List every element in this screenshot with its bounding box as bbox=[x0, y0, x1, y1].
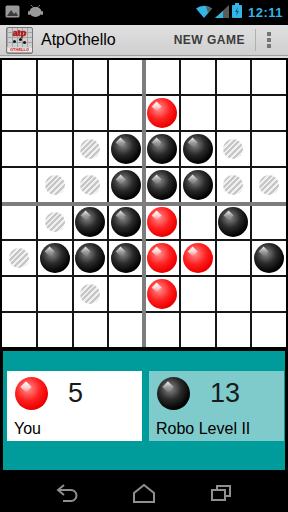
board-cell[interactable] bbox=[145, 168, 179, 202]
board-cell[interactable] bbox=[2, 205, 36, 239]
black-disc bbox=[254, 243, 284, 273]
app-icon-text-top: atp bbox=[7, 29, 32, 38]
board-cell[interactable] bbox=[181, 132, 215, 166]
board-cell[interactable] bbox=[181, 205, 215, 239]
board-cell[interactable] bbox=[252, 313, 286, 347]
board-cell[interactable] bbox=[252, 277, 286, 311]
app-icon-text-bottom: OTHELLO bbox=[7, 47, 32, 52]
player-name-robo: Robo Level II bbox=[156, 420, 250, 438]
board-cell[interactable] bbox=[145, 277, 179, 311]
black-disc bbox=[183, 134, 213, 164]
board-cell[interactable] bbox=[217, 241, 251, 275]
board-cell[interactable] bbox=[38, 96, 72, 130]
overflow-menu-icon[interactable] bbox=[256, 25, 282, 55]
board-cell[interactable] bbox=[38, 132, 72, 166]
board-cell[interactable] bbox=[252, 132, 286, 166]
app-icon-dot bbox=[19, 38, 22, 41]
legal-move-hint bbox=[223, 139, 243, 159]
board-cell[interactable] bbox=[74, 96, 108, 130]
board-cell[interactable] bbox=[217, 132, 251, 166]
status-bar: 12:11 bbox=[0, 0, 288, 25]
black-disc bbox=[111, 207, 141, 237]
board-cell[interactable] bbox=[109, 313, 143, 347]
player-name-you: You bbox=[14, 420, 41, 438]
board-cell[interactable] bbox=[38, 60, 72, 94]
wifi-icon bbox=[196, 4, 212, 22]
recents-icon[interactable] bbox=[201, 480, 241, 506]
board-cell[interactable] bbox=[181, 96, 215, 130]
black-disc bbox=[183, 170, 213, 200]
back-icon[interactable] bbox=[47, 480, 87, 506]
player-card-you: 5 You bbox=[7, 371, 142, 441]
legal-move-hint bbox=[45, 212, 65, 232]
score-you: 5 bbox=[68, 377, 83, 410]
board-cell[interactable] bbox=[109, 132, 143, 166]
board-cell[interactable] bbox=[38, 277, 72, 311]
board-area bbox=[0, 56, 288, 349]
board-cell[interactable] bbox=[252, 60, 286, 94]
board-cell[interactable] bbox=[217, 60, 251, 94]
board-cell[interactable] bbox=[2, 241, 36, 275]
black-disc bbox=[111, 243, 141, 273]
board-cell[interactable] bbox=[217, 205, 251, 239]
app-bar: atp OTHELLO AtpOthello NEW GAME bbox=[0, 25, 288, 56]
legal-move-hint bbox=[223, 175, 243, 195]
black-disc bbox=[75, 243, 105, 273]
board-cell[interactable] bbox=[38, 168, 72, 202]
app-icon-dot bbox=[23, 41, 26, 44]
score-panel: 5 You 13 Robo Level II bbox=[0, 349, 288, 473]
red-disc bbox=[183, 243, 213, 273]
home-icon[interactable] bbox=[124, 480, 164, 506]
black-disc bbox=[147, 134, 177, 164]
app-icon: atp OTHELLO bbox=[6, 27, 33, 54]
screenshot-icon bbox=[5, 4, 20, 22]
clock-time: 12:11 bbox=[248, 5, 283, 20]
legal-move-hint bbox=[9, 248, 29, 268]
board-cell[interactable] bbox=[181, 168, 215, 202]
board-cell[interactable] bbox=[109, 60, 143, 94]
board-cell[interactable] bbox=[181, 277, 215, 311]
board-cell[interactable] bbox=[109, 168, 143, 202]
board-cell[interactable] bbox=[2, 313, 36, 347]
board-cell[interactable] bbox=[217, 168, 251, 202]
legal-move-hint bbox=[80, 284, 100, 304]
black-disc bbox=[111, 170, 141, 200]
legal-move-hint bbox=[45, 175, 65, 195]
board-cell[interactable] bbox=[252, 96, 286, 130]
board-cell[interactable] bbox=[145, 241, 179, 275]
board-cell[interactable] bbox=[2, 168, 36, 202]
board-cell[interactable] bbox=[217, 96, 251, 130]
board-cell[interactable] bbox=[252, 205, 286, 239]
new-game-button[interactable]: NEW GAME bbox=[164, 25, 255, 55]
board-cell[interactable] bbox=[38, 241, 72, 275]
black-disc bbox=[40, 243, 70, 273]
board-cell[interactable] bbox=[74, 168, 108, 202]
board-cell[interactable] bbox=[74, 132, 108, 166]
battery-charging-icon bbox=[232, 3, 242, 22]
board-cell[interactable] bbox=[109, 205, 143, 239]
board-cell[interactable] bbox=[145, 60, 179, 94]
board-cell[interactable] bbox=[181, 313, 215, 347]
score-robo: 13 bbox=[210, 377, 240, 410]
board-cell[interactable] bbox=[181, 60, 215, 94]
legal-move-hint bbox=[80, 175, 100, 195]
board-cell[interactable] bbox=[2, 132, 36, 166]
board-cell[interactable] bbox=[2, 277, 36, 311]
phone-screen: 12:11 atp OTHELLO AtpOthello NEW GAME bbox=[0, 0, 288, 512]
app-icon-dot bbox=[13, 40, 16, 43]
board-cell[interactable] bbox=[38, 205, 72, 239]
red-disc bbox=[147, 98, 177, 128]
board-cell[interactable] bbox=[2, 96, 36, 130]
red-disc bbox=[147, 279, 177, 309]
board-cell[interactable] bbox=[252, 168, 286, 202]
board-cell[interactable] bbox=[109, 241, 143, 275]
red-disc bbox=[15, 377, 48, 410]
black-disc bbox=[75, 207, 105, 237]
app-title: AtpOthello bbox=[41, 31, 116, 49]
usb-debug-android-icon bbox=[27, 4, 44, 22]
board-cell[interactable] bbox=[145, 96, 179, 130]
board-cell[interactable] bbox=[74, 241, 108, 275]
board-cell[interactable] bbox=[2, 60, 36, 94]
signal-icon bbox=[215, 4, 229, 22]
player-card-robo: 13 Robo Level II bbox=[149, 371, 284, 441]
board-cell[interactable] bbox=[74, 313, 108, 347]
legal-move-hint bbox=[259, 175, 279, 195]
board-cell[interactable] bbox=[217, 277, 251, 311]
black-disc bbox=[111, 134, 141, 164]
board-cell[interactable] bbox=[181, 241, 215, 275]
red-disc bbox=[147, 207, 177, 237]
black-disc bbox=[218, 207, 248, 237]
black-disc bbox=[157, 377, 190, 410]
board-grid bbox=[0, 58, 288, 349]
board-cell[interactable] bbox=[109, 277, 143, 311]
black-disc bbox=[147, 170, 177, 200]
board-cell[interactable] bbox=[74, 60, 108, 94]
board-cell[interactable] bbox=[145, 313, 179, 347]
board-cell[interactable] bbox=[74, 277, 108, 311]
red-disc bbox=[147, 243, 177, 273]
legal-move-hint bbox=[80, 139, 100, 159]
board-cell[interactable] bbox=[145, 205, 179, 239]
board-cell[interactable] bbox=[145, 132, 179, 166]
board-cell[interactable] bbox=[38, 313, 72, 347]
navigation-bar bbox=[0, 473, 288, 512]
board-cell[interactable] bbox=[74, 205, 108, 239]
board-cell[interactable] bbox=[252, 241, 286, 275]
board-cell[interactable] bbox=[109, 96, 143, 130]
board-cell[interactable] bbox=[217, 313, 251, 347]
